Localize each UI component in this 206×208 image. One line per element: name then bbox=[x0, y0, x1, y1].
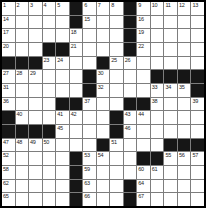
grid-cell-r6c1[interactable]: 27 bbox=[2, 70, 15, 83]
grid-cell-r9c15[interactable] bbox=[191, 111, 204, 124]
clue-number-4: 4 bbox=[44, 2, 47, 8]
clue-number-34: 34 bbox=[165, 84, 171, 90]
grid-cell-r4c6[interactable]: 21 bbox=[70, 43, 83, 56]
black-cell-r5c2 bbox=[16, 57, 29, 70]
clue-number-6: 6 bbox=[84, 2, 87, 8]
grid-cell-r1c3[interactable]: 3 bbox=[29, 2, 42, 15]
grid-cell-r13c7[interactable]: 59 bbox=[83, 166, 96, 179]
black-cell-r1c6 bbox=[70, 2, 83, 15]
grid-cell-r14c4[interactable] bbox=[43, 180, 56, 193]
grid-cell-r14c5[interactable] bbox=[56, 180, 69, 193]
grid-cell-r9c5[interactable]: 41 bbox=[56, 111, 69, 124]
grid-cell-r11c3[interactable]: 49 bbox=[29, 139, 42, 152]
clue-number-29: 29 bbox=[30, 70, 36, 76]
clue-number-1: 1 bbox=[3, 2, 6, 8]
grid-cell-r14c15[interactable] bbox=[191, 180, 204, 193]
clue-number-22: 22 bbox=[138, 43, 144, 49]
grid-cell-r6c6[interactable] bbox=[70, 70, 83, 83]
grid-cell-r6c11[interactable] bbox=[137, 70, 150, 83]
grid-cell-r5c11[interactable] bbox=[137, 57, 150, 70]
clue-number-19: 19 bbox=[138, 29, 144, 35]
grid-cell-r13c5[interactable] bbox=[56, 166, 69, 179]
grid-cell-r2c15[interactable] bbox=[191, 16, 204, 29]
grid-cell-r15c3[interactable] bbox=[29, 193, 42, 206]
clue-number-66: 66 bbox=[84, 193, 90, 199]
black-cell-r5c8 bbox=[97, 57, 110, 70]
grid-cell-r5c4[interactable]: 23 bbox=[43, 57, 56, 70]
black-cell-r4c4 bbox=[43, 43, 56, 56]
grid-cell-r10c10[interactable]: 46 bbox=[124, 125, 137, 138]
grid-cell-r14c2[interactable] bbox=[16, 180, 29, 193]
grid-cell-r7c9[interactable] bbox=[110, 84, 123, 97]
grid-cell-r11c1[interactable]: 47 bbox=[2, 139, 15, 152]
grid-cell-r8c2[interactable] bbox=[16, 98, 29, 111]
black-cell-r6c14 bbox=[178, 70, 191, 83]
clue-number-57: 57 bbox=[192, 152, 198, 158]
grid-cell-r12c4[interactable] bbox=[43, 152, 56, 165]
grid-cell-r3c6[interactable]: 18 bbox=[70, 29, 83, 42]
clue-number-30: 30 bbox=[98, 70, 104, 76]
grid-cell-r4c1[interactable]: 20 bbox=[2, 43, 15, 56]
grid-cell-r14c3[interactable] bbox=[29, 180, 42, 193]
grid-cell-r11c7[interactable] bbox=[83, 139, 96, 152]
black-cell-r6c7 bbox=[83, 70, 96, 83]
grid-cell-r13c11[interactable]: 60 bbox=[137, 166, 150, 179]
black-cell-r8c6 bbox=[70, 98, 83, 111]
grid-cell-r13c12[interactable]: 61 bbox=[151, 166, 164, 179]
grid-cell-r14c13[interactable] bbox=[164, 180, 177, 193]
black-cell-r11c14 bbox=[178, 139, 191, 152]
grid-cell-r9c10[interactable]: 43 bbox=[124, 111, 137, 124]
clue-number-41: 41 bbox=[57, 111, 63, 117]
grid-cell-r1c8[interactable]: 7 bbox=[97, 2, 110, 15]
grid-cell-r8c8[interactable] bbox=[97, 98, 110, 111]
grid-cell-r15c9[interactable] bbox=[110, 193, 123, 206]
clue-number-38: 38 bbox=[152, 98, 158, 104]
clue-number-13: 13 bbox=[192, 2, 198, 8]
grid-cell-r4c15[interactable] bbox=[191, 43, 204, 56]
grid-cell-r15c5[interactable] bbox=[56, 193, 69, 206]
grid-cell-r5c12[interactable] bbox=[151, 57, 164, 70]
clue-number-26: 26 bbox=[125, 57, 131, 63]
grid-cell-r10c11[interactable] bbox=[137, 125, 150, 138]
grid-cell-r4c3[interactable] bbox=[29, 43, 42, 56]
grid-cell-r12c10[interactable] bbox=[124, 152, 137, 165]
grid-cell-r1c9[interactable]: 8 bbox=[110, 2, 123, 15]
grid-cell-r15c15[interactable] bbox=[191, 193, 204, 206]
grid-cell-r11c10[interactable] bbox=[124, 139, 137, 152]
clue-number-64: 64 bbox=[138, 180, 144, 186]
grid-cell-r10c13[interactable] bbox=[164, 125, 177, 138]
clue-number-63: 63 bbox=[84, 180, 90, 186]
grid-cell-r5c14[interactable] bbox=[178, 57, 191, 70]
grid-cell-r13c4[interactable] bbox=[43, 166, 56, 179]
clue-number-48: 48 bbox=[17, 139, 23, 145]
grid-cell-r6c2[interactable]: 28 bbox=[16, 70, 29, 83]
grid-cell-r7c10[interactable] bbox=[124, 84, 137, 97]
clue-number-14: 14 bbox=[3, 16, 9, 22]
clue-number-35: 35 bbox=[179, 84, 185, 90]
black-cell-r14c10 bbox=[124, 180, 137, 193]
clue-number-17: 17 bbox=[3, 29, 9, 35]
black-cell-r4c10 bbox=[124, 43, 137, 56]
grid-cell-r2c8[interactable] bbox=[97, 16, 110, 29]
grid-cell-r2c2[interactable] bbox=[16, 16, 29, 29]
black-cell-r4c5 bbox=[56, 43, 69, 56]
clue-number-15: 15 bbox=[84, 16, 90, 22]
grid-cell-r6c5[interactable] bbox=[56, 70, 69, 83]
clue-number-20: 20 bbox=[3, 43, 9, 49]
clue-number-65: 65 bbox=[3, 193, 9, 199]
grid-cell-r3c5[interactable] bbox=[56, 29, 69, 42]
grid-cell-r13c10[interactable] bbox=[124, 166, 137, 179]
clue-number-44: 44 bbox=[138, 111, 144, 117]
grid-cell-r1c13[interactable]: 11 bbox=[164, 2, 177, 15]
black-cell-r2c6 bbox=[70, 16, 83, 29]
black-cell-r10c4 bbox=[43, 125, 56, 138]
grid-cell-r15c7[interactable]: 66 bbox=[83, 193, 96, 206]
clue-number-43: 43 bbox=[125, 111, 131, 117]
grid-cell-r3c7[interactable] bbox=[83, 29, 96, 42]
clue-number-49: 49 bbox=[30, 139, 36, 145]
grid-cell-r10c6[interactable] bbox=[70, 125, 83, 138]
grid-cell-r4c9[interactable] bbox=[110, 43, 123, 56]
grid-cell-r15c12[interactable] bbox=[151, 193, 164, 206]
grid-cell-r3c4[interactable] bbox=[43, 29, 56, 42]
grid-cell-r8c14[interactable] bbox=[178, 98, 191, 111]
grid-cell-r14c7[interactable]: 63 bbox=[83, 180, 96, 193]
grid-cell-r7c14[interactable]: 35 bbox=[178, 84, 191, 97]
clue-number-3: 3 bbox=[30, 2, 33, 8]
grid-cell-r9c3[interactable] bbox=[29, 111, 42, 124]
grid-cell-r3c2[interactable] bbox=[16, 29, 29, 42]
grid-cell-r2c12[interactable] bbox=[151, 16, 164, 29]
grid-cell-r14c14[interactable] bbox=[178, 180, 191, 193]
grid-cell-r1c14[interactable]: 12 bbox=[178, 2, 191, 15]
clue-number-25: 25 bbox=[111, 57, 117, 63]
grid-cell-r11c5[interactable] bbox=[56, 139, 69, 152]
black-cell-r15c10 bbox=[124, 193, 137, 206]
grid-cell-r13c2[interactable] bbox=[16, 166, 29, 179]
grid-cell-r3c8[interactable] bbox=[97, 29, 110, 42]
grid-cell-r12c2[interactable] bbox=[16, 152, 29, 165]
grid-cell-r14c12[interactable] bbox=[151, 180, 164, 193]
clue-number-28: 28 bbox=[17, 70, 23, 76]
grid-cell-r10c15[interactable] bbox=[191, 125, 204, 138]
grid-cell-r6c8[interactable]: 30 bbox=[97, 70, 110, 83]
black-cell-r12c12 bbox=[151, 152, 164, 165]
clue-number-9: 9 bbox=[138, 2, 141, 8]
grid-cell-r15c11[interactable]: 67 bbox=[137, 193, 150, 206]
grid-cell-r11c2[interactable]: 48 bbox=[16, 139, 29, 152]
clue-number-16: 16 bbox=[138, 16, 144, 22]
grid-cell-r9c12[interactable] bbox=[151, 111, 164, 124]
black-cell-r7c15 bbox=[191, 84, 204, 97]
grid-cell-r6c10[interactable] bbox=[124, 70, 137, 83]
grid-cell-r15c13[interactable] bbox=[164, 193, 177, 206]
grid-cell-r4c12[interactable] bbox=[151, 43, 164, 56]
grid-cell-r14c9[interactable] bbox=[110, 180, 123, 193]
grid-cell-r10c7[interactable] bbox=[83, 125, 96, 138]
grid-cell-r12c3[interactable] bbox=[29, 152, 42, 165]
grid-cell-r3c3[interactable] bbox=[29, 29, 42, 42]
grid-cell-r9c11[interactable]: 44 bbox=[137, 111, 150, 124]
grid-cell-r6c9[interactable] bbox=[110, 70, 123, 83]
clue-number-2: 2 bbox=[17, 2, 20, 8]
grid-cell-r2c1[interactable]: 14 bbox=[2, 16, 15, 29]
clue-number-53: 53 bbox=[84, 152, 90, 158]
grid-cell-r12c5[interactable] bbox=[56, 152, 69, 165]
grid-cell-r10c5[interactable]: 45 bbox=[56, 125, 69, 138]
grid-cell-r4c8[interactable] bbox=[97, 43, 110, 56]
grid-cell-r1c2[interactable]: 2 bbox=[16, 2, 29, 15]
grid-cell-r10c8[interactable] bbox=[97, 125, 110, 138]
clue-number-56: 56 bbox=[179, 152, 185, 158]
grid-cell-r7c4[interactable] bbox=[43, 84, 56, 97]
grid-cell-r7c6[interactable] bbox=[70, 84, 83, 97]
black-cell-r10c9 bbox=[110, 125, 123, 138]
grid-cell-r12c1[interactable]: 52 bbox=[2, 152, 15, 165]
black-cell-r15c6 bbox=[70, 193, 83, 206]
black-cell-r13c6 bbox=[70, 166, 83, 179]
clue-number-50: 50 bbox=[44, 139, 50, 145]
grid-cell-r4c14[interactable] bbox=[178, 43, 191, 56]
clue-number-10: 10 bbox=[152, 2, 158, 8]
grid-cell-r13c15[interactable] bbox=[191, 166, 204, 179]
black-cell-r8c10 bbox=[124, 98, 137, 111]
clue-number-23: 23 bbox=[44, 57, 50, 63]
grid-cell-r1c1[interactable]: 1 bbox=[2, 2, 15, 15]
grid-cell-r14c8[interactable] bbox=[97, 180, 110, 193]
grid-cell-r3c14[interactable] bbox=[178, 29, 191, 42]
grid-cell-r12c8[interactable]: 54 bbox=[97, 152, 110, 165]
grid-cell-r9c2[interactable]: 40 bbox=[16, 111, 29, 124]
black-cell-r1c10 bbox=[124, 2, 137, 15]
grid-cell-r1c11[interactable]: 9 bbox=[137, 2, 150, 15]
grid-cell-r5c10[interactable]: 26 bbox=[124, 57, 137, 70]
grid-cell-r6c4[interactable] bbox=[43, 70, 56, 83]
grid-cell-r8c12[interactable]: 38 bbox=[151, 98, 164, 111]
clue-number-5: 5 bbox=[57, 2, 60, 8]
black-cell-r10c3 bbox=[29, 125, 42, 138]
black-cell-r7c7 bbox=[83, 84, 96, 97]
black-cell-r9c1 bbox=[2, 111, 15, 124]
grid-cell-r4c2[interactable] bbox=[16, 43, 29, 56]
clue-number-33: 33 bbox=[152, 84, 158, 90]
grid-cell-r5c7[interactable] bbox=[83, 57, 96, 70]
grid-cell-r1c12[interactable]: 10 bbox=[151, 2, 164, 15]
clue-number-59: 59 bbox=[84, 166, 90, 172]
grid-cell-r7c13[interactable]: 34 bbox=[164, 84, 177, 97]
grid-cell-r2c9[interactable] bbox=[110, 16, 123, 29]
clue-number-42: 42 bbox=[71, 111, 77, 117]
black-cell-r14c6 bbox=[70, 180, 83, 193]
grid-cell-r11c6[interactable] bbox=[70, 139, 83, 152]
clue-number-46: 46 bbox=[125, 125, 131, 131]
grid-cell-r2c7[interactable]: 15 bbox=[83, 16, 96, 29]
grid-cell-r3c1[interactable]: 17 bbox=[2, 29, 15, 42]
grid-cell-r6c3[interactable]: 29 bbox=[29, 70, 42, 83]
grid-cell-r7c11[interactable] bbox=[137, 84, 150, 97]
black-cell-r11c15 bbox=[191, 139, 204, 152]
grid-cell-r3c11[interactable]: 19 bbox=[137, 29, 150, 42]
grid-cell-r5c5[interactable]: 24 bbox=[56, 57, 69, 70]
clue-number-31: 31 bbox=[3, 84, 9, 90]
grid-cell-r12c9[interactable] bbox=[110, 152, 123, 165]
grid-cell-r8c7[interactable]: 37 bbox=[83, 98, 96, 111]
grid-cell-r5c15[interactable] bbox=[191, 57, 204, 70]
grid-cell-r7c12[interactable]: 33 bbox=[151, 84, 164, 97]
black-cell-r9c9 bbox=[110, 111, 123, 124]
clue-number-54: 54 bbox=[98, 152, 104, 158]
grid-cell-r11c9[interactable]: 51 bbox=[110, 139, 123, 152]
grid-cell-r8c4[interactable] bbox=[43, 98, 56, 111]
clue-number-8: 8 bbox=[111, 2, 114, 8]
black-cell-r12c11 bbox=[137, 152, 150, 165]
clue-number-21: 21 bbox=[71, 43, 77, 49]
black-cell-r2c10 bbox=[124, 16, 137, 29]
clue-number-67: 67 bbox=[138, 193, 144, 199]
black-cell-r8c5 bbox=[56, 98, 69, 111]
grid-cell-r15c8[interactable] bbox=[97, 193, 110, 206]
grid-cell-r1c15[interactable]: 13 bbox=[191, 2, 204, 15]
grid-cell-r8c13[interactable] bbox=[164, 98, 177, 111]
grid-cell-r13c1[interactable]: 58 bbox=[2, 166, 15, 179]
grid-cell-r11c11[interactable] bbox=[137, 139, 150, 152]
grid-cell-r5c9[interactable]: 25 bbox=[110, 57, 123, 70]
grid-cell-r5c13[interactable] bbox=[164, 57, 177, 70]
grid-cell-r8c3[interactable] bbox=[29, 98, 42, 111]
grid-cell-r1c7[interactable]: 6 bbox=[83, 2, 96, 15]
clue-number-36: 36 bbox=[3, 98, 9, 104]
clue-number-37: 37 bbox=[84, 98, 90, 104]
black-cell-r5c3 bbox=[29, 57, 42, 70]
black-cell-r6c12 bbox=[151, 70, 164, 83]
black-cell-r10c1 bbox=[2, 125, 15, 138]
grid-cell-r13c14[interactable] bbox=[178, 166, 191, 179]
grid-cell-r2c4[interactable] bbox=[43, 16, 56, 29]
grid-cell-r2c5[interactable] bbox=[56, 16, 69, 29]
grid-cell-r3c13[interactable] bbox=[164, 29, 177, 42]
grid-cell-r13c3[interactable] bbox=[29, 166, 42, 179]
clue-number-58: 58 bbox=[3, 166, 9, 172]
grid-cell-r12c7[interactable]: 53 bbox=[83, 152, 96, 165]
black-cell-r3c10 bbox=[124, 29, 137, 42]
grid-cell-r13c8[interactable] bbox=[97, 166, 110, 179]
grid-cell-r3c12[interactable] bbox=[151, 29, 164, 42]
grid-cell-r5c6[interactable] bbox=[70, 57, 83, 70]
clue-number-62: 62 bbox=[3, 180, 9, 186]
grid-cell-r3c15[interactable] bbox=[191, 29, 204, 42]
clue-number-52: 52 bbox=[3, 152, 9, 158]
grid-cell-r9c8[interactable] bbox=[97, 111, 110, 124]
grid-cell-r2c14[interactable] bbox=[178, 16, 191, 29]
black-cell-r11c13 bbox=[164, 139, 177, 152]
grid-cell-r15c4[interactable] bbox=[43, 193, 56, 206]
clue-number-11: 11 bbox=[165, 2, 170, 8]
clue-number-32: 32 bbox=[98, 84, 104, 90]
grid-cell-r3c9[interactable] bbox=[110, 29, 123, 42]
grid-cell-r12c15[interactable]: 57 bbox=[191, 152, 204, 165]
grid-cell-r11c12[interactable] bbox=[151, 139, 164, 152]
grid-cell-r14c11[interactable]: 64 bbox=[137, 180, 150, 193]
grid-cell-r9c14[interactable] bbox=[178, 111, 191, 124]
grid-cell-r15c1[interactable]: 65 bbox=[2, 193, 15, 206]
grid-cell-r8c15[interactable]: 39 bbox=[191, 98, 204, 111]
grid-cell-r7c2[interactable] bbox=[16, 84, 29, 97]
clue-number-61: 61 bbox=[152, 166, 158, 172]
clue-number-47: 47 bbox=[3, 139, 9, 145]
grid-cell-r13c13[interactable] bbox=[164, 166, 177, 179]
grid-cell-r9c4[interactable] bbox=[43, 111, 56, 124]
grid-cell-r2c11[interactable]: 16 bbox=[137, 16, 150, 29]
clue-number-27: 27 bbox=[3, 70, 9, 76]
grid-cell-r15c2[interactable] bbox=[16, 193, 29, 206]
grid-cell-r7c8[interactable]: 32 bbox=[97, 84, 110, 97]
clue-number-24: 24 bbox=[57, 57, 63, 63]
clue-number-40: 40 bbox=[17, 111, 23, 117]
clue-number-12: 12 bbox=[179, 2, 185, 8]
grid-cell-r9c13[interactable] bbox=[164, 111, 177, 124]
grid-cell-r13c9[interactable] bbox=[110, 166, 123, 179]
clue-number-60: 60 bbox=[138, 166, 144, 172]
black-cell-r6c15 bbox=[191, 70, 204, 83]
grid-cell-r4c7[interactable] bbox=[83, 43, 96, 56]
grid-cell-r12c13[interactable]: 55 bbox=[164, 152, 177, 165]
grid-cell-r10c14[interactable] bbox=[178, 125, 191, 138]
grid-cell-r4c11[interactable]: 22 bbox=[137, 43, 150, 56]
clue-number-7: 7 bbox=[98, 2, 101, 8]
grid-cell-r1c5[interactable]: 5 bbox=[56, 2, 69, 15]
black-cell-r6c13 bbox=[164, 70, 177, 83]
black-cell-r11c8 bbox=[97, 139, 110, 152]
grid-cell-r12c14[interactable]: 56 bbox=[178, 152, 191, 165]
grid-cell-r4c13[interactable] bbox=[164, 43, 177, 56]
black-cell-r12c6 bbox=[70, 152, 83, 165]
grid-cell-r8c9[interactable] bbox=[110, 98, 123, 111]
clue-number-45: 45 bbox=[57, 125, 63, 131]
grid-cell-r7c3[interactable] bbox=[29, 84, 42, 97]
grid-cell-r10c12[interactable] bbox=[151, 125, 164, 138]
grid-cell-r2c3[interactable] bbox=[29, 16, 42, 29]
grid-cell-r7c1[interactable]: 31 bbox=[2, 84, 15, 97]
grid-cell-r7c5[interactable] bbox=[56, 84, 69, 97]
black-cell-r5c1 bbox=[2, 57, 15, 70]
grid-cell-r2c13[interactable] bbox=[164, 16, 177, 29]
clue-number-39: 39 bbox=[192, 98, 198, 104]
clue-number-51: 51 bbox=[111, 139, 117, 145]
grid-cell-r14c1[interactable]: 62 bbox=[2, 180, 15, 193]
grid-cell-r11c4[interactable]: 50 bbox=[43, 139, 56, 152]
grid-cell-r1c4[interactable]: 4 bbox=[43, 2, 56, 15]
black-cell-r10c2 bbox=[16, 125, 29, 138]
black-cell-r8c11 bbox=[137, 98, 150, 111]
grid-cell-r15c14[interactable] bbox=[178, 193, 191, 206]
clue-number-55: 55 bbox=[165, 152, 171, 158]
grid-cell-r9c6[interactable]: 42 bbox=[70, 111, 83, 124]
grid-cell-r8c1[interactable]: 36 bbox=[2, 98, 15, 111]
grid-cell-r9c7[interactable] bbox=[83, 111, 96, 124]
crossword-board: 1234567891011121314151617181920212223242… bbox=[0, 0, 206, 208]
clue-number-18: 18 bbox=[71, 29, 77, 35]
